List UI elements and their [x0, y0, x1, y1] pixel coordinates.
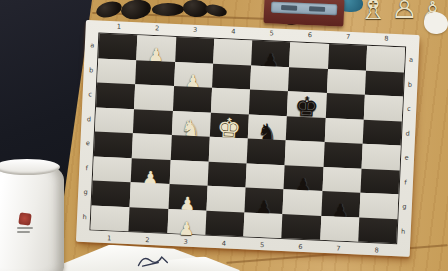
- square-g1[interactable]: [92, 180, 131, 206]
- photo-of-chess-game: { "game": "chess", "position": { "fen": …: [0, 0, 448, 271]
- crumpled-tissue: [424, 12, 448, 34]
- square-e1[interactable]: [94, 132, 133, 158]
- coordinate-label: 4: [205, 239, 244, 247]
- square-c4[interactable]: [211, 88, 250, 114]
- square-h4[interactable]: [205, 210, 244, 236]
- coordinate-label: 1: [99, 23, 138, 34]
- coordinate-label: g: [399, 194, 409, 219]
- square-b8[interactable]: [365, 70, 404, 96]
- square-e7[interactable]: [323, 142, 362, 168]
- square-f1[interactable]: [93, 156, 132, 182]
- square-b6[interactable]: [288, 67, 327, 93]
- square-f8[interactable]: [360, 168, 399, 194]
- square-h1[interactable]: [91, 205, 130, 231]
- coordinate-label: c: [85, 82, 95, 107]
- square-c2[interactable]: [134, 84, 173, 110]
- square-g2[interactable]: [130, 182, 169, 208]
- coordinate-label: e: [402, 145, 412, 170]
- captured-black-piece: [120, 0, 152, 21]
- square-c5[interactable]: [249, 90, 288, 116]
- square-e2[interactable]: [132, 133, 171, 159]
- square-c1[interactable]: [96, 83, 135, 109]
- captured-white-pawn: ♙: [391, 0, 418, 23]
- square-d5[interactable]: ♞: [248, 114, 287, 140]
- coordinate-label: 6: [281, 243, 320, 251]
- coordinate-label: 2: [128, 236, 167, 244]
- coordinate-label: h: [398, 219, 408, 244]
- square-a8[interactable]: [366, 46, 405, 72]
- coordinate-label: 8: [357, 246, 396, 254]
- square-f3[interactable]: [169, 159, 208, 185]
- board-grid: ♟♟♟♚♞♚♞♟♟♟♟♟♟: [91, 34, 406, 244]
- square-h8[interactable]: [358, 217, 397, 243]
- square-d6[interactable]: [286, 116, 325, 142]
- coordinate-label: 7: [319, 244, 358, 252]
- clock-lcd-display: [271, 2, 337, 16]
- square-b4[interactable]: [212, 63, 251, 89]
- square-d1[interactable]: [95, 107, 134, 133]
- square-d3[interactable]: ♞: [171, 111, 210, 137]
- square-g3[interactable]: ♟: [168, 184, 207, 210]
- square-e4[interactable]: [208, 137, 247, 163]
- square-h5[interactable]: [243, 212, 282, 238]
- square-g7[interactable]: ♟: [321, 191, 360, 217]
- square-d8[interactable]: [362, 119, 401, 145]
- square-a4[interactable]: [213, 39, 252, 65]
- square-c6[interactable]: ♚: [287, 91, 326, 117]
- coordinate-label: 5: [243, 241, 282, 249]
- square-b1[interactable]: [97, 58, 136, 84]
- square-e3[interactable]: [170, 135, 209, 161]
- square-a5[interactable]: ♟: [251, 41, 290, 67]
- square-h7[interactable]: [320, 215, 359, 241]
- square-a7[interactable]: [328, 44, 367, 70]
- square-f4[interactable]: [207, 161, 246, 187]
- coordinate-label: c: [404, 97, 414, 122]
- paper-cup[interactable]: [0, 161, 64, 271]
- wood-plank-seam: [92, 12, 272, 20]
- coordinate-label: 5: [252, 30, 291, 41]
- coordinate-label: b: [86, 58, 96, 83]
- square-e6[interactable]: [285, 140, 324, 166]
- coordinate-label: f: [400, 170, 410, 195]
- square-c8[interactable]: [364, 95, 403, 121]
- coordinate-label: 7: [329, 33, 368, 44]
- square-f5[interactable]: [246, 163, 285, 189]
- square-a2[interactable]: ♟: [136, 35, 175, 61]
- chess-clock[interactable]: [263, 0, 344, 27]
- coordinate-label: 6: [291, 31, 330, 42]
- square-g4[interactable]: [206, 186, 245, 212]
- chess-board: 12345678 12345678 abcdefgh abcdefgh ♟♟♟♚…: [76, 20, 420, 257]
- square-e8[interactable]: [361, 144, 400, 170]
- square-a3[interactable]: [175, 37, 214, 63]
- coordinate-label: a: [406, 48, 416, 73]
- square-b2[interactable]: [135, 60, 174, 86]
- coordinate-label: 1: [90, 234, 129, 242]
- coordinate-label: d: [84, 107, 94, 132]
- square-a6[interactable]: [289, 42, 328, 68]
- coordinate-label: 8: [367, 35, 406, 46]
- square-b5[interactable]: [250, 65, 289, 91]
- square-g8[interactable]: [359, 193, 398, 219]
- coordinate-label: f: [82, 155, 92, 180]
- coordinate-label: g: [81, 180, 91, 205]
- coordinate-label: d: [403, 121, 413, 146]
- square-h6[interactable]: [282, 214, 321, 240]
- clock-time-left: [281, 5, 297, 11]
- square-g5[interactable]: ♟: [244, 187, 283, 213]
- coordinate-label: 2: [138, 24, 177, 35]
- coordinate-label: 3: [166, 237, 205, 245]
- square-g6[interactable]: [283, 189, 322, 215]
- coordinate-label: 4: [214, 28, 253, 39]
- square-e5[interactable]: [247, 138, 286, 164]
- square-b3[interactable]: ♟: [174, 62, 213, 88]
- coordinate-label: 3: [176, 26, 215, 37]
- cup-logo: [16, 213, 34, 239]
- square-f2[interactable]: ♟: [131, 158, 170, 184]
- square-f7[interactable]: [322, 166, 361, 192]
- square-f6[interactable]: ♟: [284, 165, 323, 191]
- captured-black-piece: [95, 0, 124, 20]
- coordinate-label: b: [405, 72, 415, 97]
- square-a1[interactable]: [98, 34, 137, 60]
- square-d7[interactable]: [324, 117, 363, 143]
- coordinate-label: e: [83, 131, 93, 156]
- square-h2[interactable]: [129, 207, 168, 233]
- square-d4[interactable]: ♚: [210, 112, 249, 138]
- square-b7[interactable]: [326, 69, 365, 95]
- coordinate-label: a: [87, 33, 97, 58]
- cup-rim: [0, 159, 60, 175]
- square-h3[interactable]: ♟: [167, 208, 206, 234]
- square-d2[interactable]: [133, 109, 172, 135]
- clock-time-right: [309, 6, 325, 12]
- coordinate-label: h: [80, 204, 90, 229]
- square-c3[interactable]: [172, 86, 211, 112]
- square-c7[interactable]: [325, 93, 364, 119]
